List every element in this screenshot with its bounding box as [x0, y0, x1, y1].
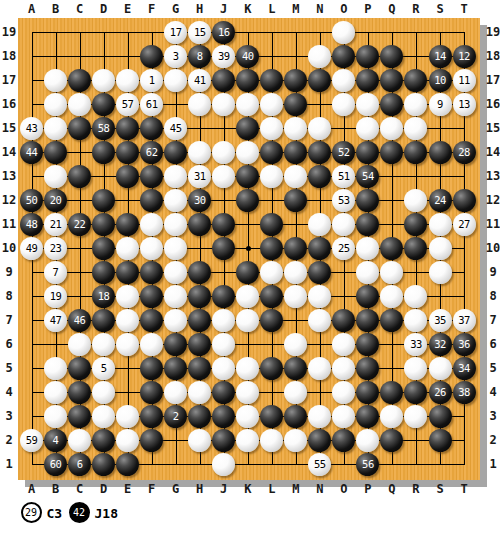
stone-white[interactable]	[236, 429, 259, 452]
stone-white[interactable]	[92, 381, 115, 404]
stone-black[interactable]	[380, 381, 403, 404]
stone-white[interactable]	[404, 93, 427, 116]
stone-white[interactable]	[260, 93, 283, 116]
stone-black[interactable]	[453, 189, 476, 212]
stone-white[interactable]	[308, 357, 331, 380]
stone-white[interactable]	[356, 117, 379, 140]
go-board[interactable]: 1715163839401412141101157619134358454462…	[18, 18, 480, 480]
stone-black[interactable]	[92, 237, 115, 260]
stone-white[interactable]	[404, 405, 427, 428]
stone-white[interactable]	[332, 381, 355, 404]
column-label-bottom: N	[316, 482, 323, 496]
move-number: 10	[434, 75, 446, 86]
stone-white[interactable]	[68, 93, 91, 116]
stone-white[interactable]	[308, 213, 331, 236]
stone-black[interactable]: 38	[453, 381, 476, 404]
stone-white[interactable]	[212, 357, 235, 380]
stone-black[interactable]	[164, 333, 187, 356]
stone-white[interactable]	[212, 93, 235, 116]
stone-white[interactable]: 37	[453, 309, 476, 332]
move-number: 58	[98, 123, 110, 134]
stone-white[interactable]	[332, 213, 355, 236]
stone-white[interactable]	[188, 381, 211, 404]
stone-white[interactable]	[44, 93, 67, 116]
stone-black[interactable]: 54	[356, 165, 379, 188]
stone-black[interactable]	[260, 405, 283, 428]
stone-white[interactable]	[308, 309, 331, 332]
stone-black[interactable]: 48	[20, 213, 43, 236]
stone-black[interactable]	[260, 141, 283, 164]
stone-black[interactable]	[92, 309, 115, 332]
stone-white[interactable]: 57	[116, 93, 139, 116]
stone-white[interactable]	[188, 429, 211, 452]
stone-white[interactable]	[164, 237, 187, 260]
stone-white[interactable]	[429, 261, 452, 284]
stone-white[interactable]	[404, 357, 427, 380]
move-number: 44	[26, 147, 38, 158]
stone-white[interactable]	[356, 261, 379, 284]
column-label-bottom: T	[460, 482, 467, 496]
stone-black[interactable]: 50	[20, 189, 43, 212]
stone-white[interactable]	[140, 213, 163, 236]
stone-black[interactable]	[116, 165, 139, 188]
stone-white[interactable]	[92, 69, 115, 92]
stone-black[interactable]: 40	[236, 45, 259, 68]
stone-black[interactable]: 22	[68, 213, 91, 236]
stone-black[interactable]	[212, 429, 235, 452]
stone-white[interactable]: 43	[20, 117, 43, 140]
stone-black[interactable]	[164, 357, 187, 380]
stone-white[interactable]	[236, 357, 259, 380]
stone-black[interactable]	[284, 189, 307, 212]
stone-black[interactable]: 16	[212, 21, 235, 44]
stone-white[interactable]: 13	[453, 93, 476, 116]
stone-white[interactable]: 3	[164, 45, 187, 68]
stone-black[interactable]	[380, 141, 403, 164]
stone-white[interactable]: 53	[332, 189, 355, 212]
stone-black[interactable]	[404, 237, 427, 260]
stone-black[interactable]	[92, 453, 115, 476]
stone-white[interactable]	[68, 429, 91, 452]
stone-black[interactable]	[356, 69, 379, 92]
move-number: 33	[410, 339, 422, 350]
stone-white[interactable]: 23	[44, 237, 67, 260]
stone-black[interactable]	[380, 309, 403, 332]
stone-white[interactable]	[164, 165, 187, 188]
row-label-left: 13	[2, 169, 16, 183]
row-label-right: 15	[486, 121, 500, 135]
stone-white[interactable]	[380, 117, 403, 140]
stone-white[interactable]	[44, 381, 67, 404]
stone-white[interactable]	[164, 285, 187, 308]
stone-black[interactable]: 62	[140, 141, 163, 164]
stone-black[interactable]: 26	[429, 381, 452, 404]
stone-black[interactable]	[68, 117, 91, 140]
column-label-top: R	[412, 2, 419, 16]
stone-black[interactable]	[429, 141, 452, 164]
stone-black[interactable]	[380, 429, 403, 452]
stone-white[interactable]: 55	[308, 453, 331, 476]
stone-black[interactable]: 36	[453, 333, 476, 356]
stone-black[interactable]	[140, 429, 163, 452]
stone-white[interactable]	[236, 405, 259, 428]
stone-black[interactable]	[140, 381, 163, 404]
stone-black[interactable]	[284, 93, 307, 116]
stone-black[interactable]	[404, 141, 427, 164]
stone-white[interactable]: 21	[44, 213, 67, 236]
stone-black[interactable]	[188, 405, 211, 428]
stone-black[interactable]: 28	[453, 141, 476, 164]
stone-white[interactable]: 5	[92, 357, 115, 380]
stone-white[interactable]	[116, 69, 139, 92]
stone-black[interactable]	[236, 117, 259, 140]
stone-white[interactable]	[212, 333, 235, 356]
move-number: 15	[194, 27, 206, 38]
stone-black[interactable]	[188, 213, 211, 236]
stone-black[interactable]	[212, 285, 235, 308]
stone-white[interactable]	[308, 45, 331, 68]
stone-white[interactable]: 15	[188, 21, 211, 44]
stone-white[interactable]: 39	[212, 45, 235, 68]
stone-black[interactable]	[188, 309, 211, 332]
stone-white[interactable]	[284, 261, 307, 284]
stone-black[interactable]	[356, 45, 379, 68]
stone-white[interactable]	[284, 117, 307, 140]
stone-black[interactable]	[260, 357, 283, 380]
stone-white[interactable]	[212, 309, 235, 332]
stone-white[interactable]	[332, 69, 355, 92]
stone-white[interactable]	[332, 333, 355, 356]
stone-white[interactable]	[116, 237, 139, 260]
stone-white[interactable]	[164, 261, 187, 284]
stone-black[interactable]: 34	[453, 357, 476, 380]
stone-white[interactable]	[380, 261, 403, 284]
stone-black[interactable]	[212, 69, 235, 92]
row-label-right: 9	[489, 265, 496, 279]
stone-white[interactable]: 51	[332, 165, 355, 188]
stone-black[interactable]: 6	[68, 453, 91, 476]
stone-white[interactable]	[68, 333, 91, 356]
stone-white[interactable]	[332, 21, 355, 44]
stone-black[interactable]	[356, 309, 379, 332]
stone-white[interactable]	[92, 333, 115, 356]
stone-white[interactable]	[236, 381, 259, 404]
stone-black[interactable]: 4	[44, 429, 67, 452]
stone-black[interactable]	[308, 141, 331, 164]
stone-black[interactable]	[68, 357, 91, 380]
move-number: 16	[218, 27, 230, 38]
stone-white[interactable]	[284, 165, 307, 188]
stone-white[interactable]	[212, 453, 235, 476]
stone-black[interactable]	[68, 405, 91, 428]
stone-black[interactable]	[356, 405, 379, 428]
stone-black[interactable]	[92, 189, 115, 212]
column-label-top: Q	[388, 2, 395, 16]
stone-white[interactable]	[332, 405, 355, 428]
stone-black[interactable]: 2	[164, 405, 187, 428]
stone-black[interactable]	[332, 45, 355, 68]
stone-black[interactable]	[356, 189, 379, 212]
column-label-bottom: H	[196, 482, 203, 496]
stone-white[interactable]	[116, 309, 139, 332]
stone-black[interactable]	[284, 69, 307, 92]
stone-black[interactable]	[140, 405, 163, 428]
stone-white[interactable]	[429, 357, 452, 380]
stone-black[interactable]	[380, 45, 403, 68]
stone-white[interactable]	[404, 189, 427, 212]
stone-black[interactable]	[260, 309, 283, 332]
stone-black[interactable]	[116, 261, 139, 284]
stone-white[interactable]	[356, 93, 379, 116]
stone-white[interactable]	[260, 117, 283, 140]
stone-black[interactable]	[260, 213, 283, 236]
stone-black[interactable]	[212, 213, 235, 236]
stone-black[interactable]	[429, 405, 452, 428]
stone-white[interactable]	[116, 405, 139, 428]
move-number: 55	[314, 459, 326, 470]
stone-white[interactable]: 25	[332, 237, 355, 260]
stone-black[interactable]	[380, 69, 403, 92]
stone-black[interactable]	[92, 261, 115, 284]
stone-white[interactable]	[260, 165, 283, 188]
stone-white[interactable]: 7	[44, 261, 67, 284]
stone-white[interactable]: 41	[188, 69, 211, 92]
stone-white[interactable]	[356, 237, 379, 260]
stone-white[interactable]	[188, 93, 211, 116]
stone-white[interactable]	[212, 141, 235, 164]
move-number: 36	[458, 339, 470, 350]
stone-black[interactable]: 44	[20, 141, 43, 164]
stone-black[interactable]	[308, 429, 331, 452]
stone-black[interactable]	[332, 429, 355, 452]
stone-white[interactable]: 47	[44, 309, 67, 332]
stone-black[interactable]	[356, 357, 379, 380]
stone-white[interactable]	[308, 117, 331, 140]
stone-white[interactable]	[140, 237, 163, 260]
stone-black[interactable]	[308, 261, 331, 284]
stone-white[interactable]	[164, 213, 187, 236]
stone-white[interactable]	[284, 333, 307, 356]
stone-black[interactable]	[356, 285, 379, 308]
stone-black[interactable]	[284, 237, 307, 260]
stone-black[interactable]	[356, 141, 379, 164]
stone-white[interactable]: 61	[140, 93, 163, 116]
row-label-right: 5	[489, 361, 496, 375]
stone-black[interactable]: 30	[188, 189, 211, 212]
move-number: 35	[434, 315, 446, 326]
stone-black[interactable]	[44, 141, 67, 164]
stone-white[interactable]: 17	[164, 21, 187, 44]
stone-black[interactable]	[92, 141, 115, 164]
stone-white[interactable]	[284, 285, 307, 308]
stone-black[interactable]	[260, 285, 283, 308]
stone-black[interactable]	[140, 165, 163, 188]
stone-black[interactable]	[116, 213, 139, 236]
stone-white[interactable]	[44, 117, 67, 140]
column-label-bottom: F	[148, 482, 155, 496]
stone-black[interactable]	[284, 141, 307, 164]
stone-black[interactable]	[356, 213, 379, 236]
stone-black[interactable]	[380, 237, 403, 260]
stone-black[interactable]	[260, 69, 283, 92]
stone-white[interactable]	[332, 357, 355, 380]
stone-white[interactable]	[44, 357, 67, 380]
column-label-top: E	[124, 2, 131, 16]
move-number: 1	[149, 75, 155, 86]
stone-white[interactable]	[116, 429, 139, 452]
stone-white[interactable]	[188, 141, 211, 164]
stone-black[interactable]: 60	[44, 453, 67, 476]
stone-black[interactable]	[116, 117, 139, 140]
stone-black[interactable]	[140, 189, 163, 212]
stone-black[interactable]	[188, 261, 211, 284]
stone-black[interactable]	[92, 213, 115, 236]
stone-white[interactable]	[236, 285, 259, 308]
stone-black[interactable]	[92, 429, 115, 452]
stone-black[interactable]: 46	[68, 309, 91, 332]
stone-black[interactable]	[236, 69, 259, 92]
column-label-top: G	[172, 2, 179, 16]
stone-white[interactable]	[380, 405, 403, 428]
stone-white[interactable]	[332, 93, 355, 116]
stone-white[interactable]	[429, 237, 452, 260]
move-number: 48	[26, 219, 38, 230]
stone-black[interactable]	[380, 93, 403, 116]
stone-white[interactable]	[308, 405, 331, 428]
stone-black[interactable]	[92, 93, 115, 116]
stone-black[interactable]: 56	[356, 453, 379, 476]
stone-black[interactable]	[68, 165, 91, 188]
stone-black[interactable]	[236, 189, 259, 212]
stone-black[interactable]: 18	[92, 285, 115, 308]
stone-black[interactable]	[212, 381, 235, 404]
stone-white[interactable]	[44, 165, 67, 188]
stone-black[interactable]: 10	[429, 69, 452, 92]
stone-white[interactable]	[236, 93, 259, 116]
stone-black[interactable]	[356, 333, 379, 356]
stone-white[interactable]	[140, 333, 163, 356]
stone-black[interactable]: 52	[332, 141, 355, 164]
stone-black[interactable]	[188, 333, 211, 356]
stone-black[interactable]	[140, 285, 163, 308]
stone-black[interactable]	[140, 261, 163, 284]
stone-black[interactable]	[404, 213, 427, 236]
stone-black[interactable]	[308, 165, 331, 188]
stone-white[interactable]: 11	[453, 69, 476, 92]
stone-white[interactable]	[164, 309, 187, 332]
stone-black[interactable]	[284, 405, 307, 428]
stone-white[interactable]: 27	[453, 213, 476, 236]
stone-white[interactable]	[236, 309, 259, 332]
stone-black[interactable]: 12	[453, 45, 476, 68]
stone-black[interactable]	[284, 357, 307, 380]
stone-white[interactable]	[356, 429, 379, 452]
stone-black[interactable]: 32	[429, 333, 452, 356]
stone-white[interactable]: 33	[404, 333, 427, 356]
stone-black[interactable]	[140, 117, 163, 140]
stone-black[interactable]	[140, 357, 163, 380]
stone-white[interactable]	[44, 405, 67, 428]
move-number: 12	[458, 51, 470, 62]
stone-black[interactable]: 20	[44, 189, 67, 212]
stone-black[interactable]	[212, 405, 235, 428]
stone-white[interactable]: 31	[188, 165, 211, 188]
row-label-left: 6	[5, 337, 12, 351]
stone-black[interactable]	[404, 69, 427, 92]
stone-white[interactable]: 9	[429, 93, 452, 116]
stone-white[interactable]	[164, 189, 187, 212]
row-label-left: 2	[5, 433, 12, 447]
stone-black[interactable]	[116, 141, 139, 164]
stone-white[interactable]	[212, 165, 235, 188]
stone-black[interactable]	[188, 357, 211, 380]
stone-white[interactable]: 45	[164, 117, 187, 140]
stone-black[interactable]	[212, 237, 235, 260]
stone-white[interactable]	[284, 429, 307, 452]
stone-black[interactable]	[68, 381, 91, 404]
stone-white[interactable]	[404, 285, 427, 308]
stone-black[interactable]	[236, 261, 259, 284]
stone-black[interactable]	[236, 165, 259, 188]
move-number: 27	[458, 219, 470, 230]
stone-black[interactable]: 14	[429, 45, 452, 68]
stone-black[interactable]	[116, 453, 139, 476]
stone-black[interactable]	[68, 69, 91, 92]
stone-white[interactable]	[260, 429, 283, 452]
stone-white[interactable]: 59	[20, 429, 43, 452]
stone-black[interactable]: 58	[92, 117, 115, 140]
move-number: 5	[101, 363, 107, 374]
stone-black[interactable]: 8	[188, 45, 211, 68]
stone-white[interactable]: 1	[140, 69, 163, 92]
stone-black[interactable]	[260, 237, 283, 260]
stone-white[interactable]	[44, 69, 67, 92]
stone-black[interactable]	[164, 141, 187, 164]
stone-white[interactable]: 19	[44, 285, 67, 308]
row-label-right: 4	[489, 385, 496, 399]
stone-white[interactable]	[284, 381, 307, 404]
stone-white[interactable]	[380, 285, 403, 308]
stone-white[interactable]	[164, 69, 187, 92]
stone-white[interactable]	[164, 381, 187, 404]
stone-white[interactable]	[404, 309, 427, 332]
stone-white[interactable]	[236, 141, 259, 164]
stone-black[interactable]	[404, 381, 427, 404]
stone-white[interactable]	[116, 333, 139, 356]
stone-white[interactable]	[92, 405, 115, 428]
stone-white[interactable]	[429, 213, 452, 236]
stone-white[interactable]	[308, 285, 331, 308]
stone-white[interactable]	[116, 285, 139, 308]
row-label-right: 16	[486, 97, 500, 111]
stone-white[interactable]: 35	[429, 309, 452, 332]
stone-white[interactable]	[260, 261, 283, 284]
column-label-top: K	[244, 2, 251, 16]
stone-white[interactable]: 49	[20, 237, 43, 260]
stone-black[interactable]	[308, 69, 331, 92]
move-number: 11	[458, 75, 470, 86]
stone-black[interactable]	[140, 309, 163, 332]
stone-black[interactable]	[188, 285, 211, 308]
stone-black[interactable]	[429, 429, 452, 452]
stone-black[interactable]	[356, 381, 379, 404]
stone-black[interactable]	[332, 309, 355, 332]
move-number: 9	[437, 99, 443, 110]
stone-white[interactable]	[404, 117, 427, 140]
stone-black[interactable]	[308, 237, 331, 260]
stone-black[interactable]: 24	[429, 189, 452, 212]
stone-black[interactable]	[140, 45, 163, 68]
